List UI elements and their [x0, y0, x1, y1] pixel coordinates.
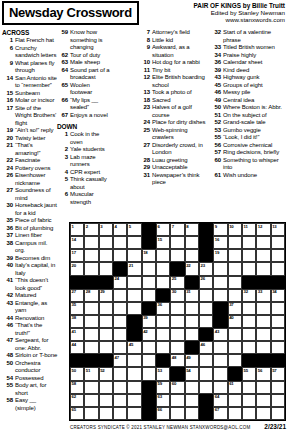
cell-r4c15[interactable]	[271, 262, 285, 275]
clue-down-61: 61Wish undone	[210, 172, 286, 180]
cell-r13c3[interactable]	[99, 381, 113, 394]
cell-r1c3[interactable]: 3	[99, 223, 113, 236]
cell-r9c14[interactable]	[256, 328, 270, 341]
cell-r5c12[interactable]	[228, 276, 242, 289]
cell-r15c1[interactable]: 65	[70, 407, 84, 420]
cell-r7c10[interactable]	[199, 302, 213, 315]
cell-r4c13[interactable]	[242, 262, 256, 275]
black-cell-r1c10	[199, 223, 213, 236]
clue-across-16: 16Molar or incisor	[2, 97, 58, 105]
cell-number-46: 46	[200, 342, 204, 347]
cell-r1c12[interactable]: 10	[228, 223, 242, 236]
cell-r5c8[interactable]: 25	[170, 276, 184, 289]
cell-r13c14[interactable]	[256, 381, 270, 394]
clue-number: 47	[2, 337, 15, 352]
cell-r1c13[interactable]: 11	[242, 223, 256, 236]
cell-r2c14[interactable]	[256, 236, 270, 249]
clue-text: Horseback jaunt for a kid	[15, 202, 58, 217]
clue-across-54: 54Possessed	[2, 375, 58, 383]
black-cell-r1c6	[142, 223, 156, 236]
clue-number: 36	[210, 59, 223, 67]
clue-number: 2	[57, 146, 70, 154]
clue-number: 43	[2, 300, 15, 315]
cell-r14c8[interactable]	[170, 394, 184, 407]
cell-r1c15[interactable]: 13	[271, 223, 285, 236]
cell-r14c7[interactable]: 63	[156, 394, 170, 407]
cell-r6c10[interactable]	[199, 289, 213, 302]
clue-text: Attorney’s field	[152, 29, 206, 37]
cell-r3c8[interactable]	[170, 249, 184, 262]
clue-text: Something to whisper into	[223, 157, 286, 172]
black-cell-r5c1	[70, 276, 84, 289]
cell-r10c8[interactable]	[170, 341, 184, 354]
clue-down-29: 29Unacceptable	[139, 164, 206, 172]
clue-number: 23	[139, 104, 152, 119]
cell-number-41: 41	[72, 329, 76, 334]
cell-number-54: 54	[186, 368, 190, 373]
clue-down-11: 11Tiny bit	[139, 67, 206, 75]
clue-number: 37	[2, 232, 15, 240]
cell-r7c3[interactable]	[99, 302, 113, 315]
cell-r4c14[interactable]	[256, 262, 270, 275]
clue-number: 40	[2, 262, 15, 277]
cell-r6c14[interactable]: 33	[256, 289, 270, 302]
cell-r3c13[interactable]	[242, 249, 256, 262]
cell-r9c7[interactable]	[156, 328, 170, 341]
cell-r2c1[interactable]: 14	[70, 236, 84, 249]
cell-r12c5[interactable]	[127, 367, 141, 380]
clue-number: 56	[210, 142, 223, 150]
cell-r10c14[interactable]	[256, 341, 270, 354]
black-cell-r3c10	[199, 249, 213, 262]
clue-down-33: 33Titled British women	[210, 44, 286, 52]
black-cell-r5c2	[84, 276, 98, 289]
copyright-line: CREATORS SYNDICATE © 2021 STANLEY NEWMAN…	[70, 425, 250, 430]
clue-down-7: 7Attorney’s field	[139, 29, 206, 37]
cell-r2c8[interactable]	[170, 236, 184, 249]
cell-r4c5[interactable]: 21	[127, 262, 141, 275]
cell-number-21: 21	[129, 263, 133, 268]
cell-number-45: 45	[129, 342, 133, 347]
cell-number-49: 49	[186, 355, 190, 360]
cell-r10c12[interactable]	[228, 341, 242, 354]
clue-across-27: 27Soundness of mind	[2, 187, 58, 202]
clue-number: 46	[2, 322, 15, 337]
cell-r4c12[interactable]	[228, 262, 242, 275]
footer: CREATORS SYNDICATE © 2021 STANLEY NEWMAN…	[70, 423, 286, 430]
editor-credit: Edited by Stanley Newman	[194, 9, 286, 16]
cell-r12c13[interactable]: 55	[242, 367, 256, 380]
black-cell-r14c10	[199, 394, 213, 407]
cell-number-23: 23	[200, 263, 204, 268]
cell-r11c9[interactable]: 49	[185, 354, 199, 367]
cell-r12c1[interactable]: 50	[70, 367, 84, 380]
clue-across-19: 19“Ain’t so!” reply	[2, 127, 58, 135]
cell-r15c5[interactable]	[127, 407, 141, 420]
cell-number-2: 2	[86, 224, 88, 229]
cell-r4c7[interactable]	[156, 262, 170, 275]
cell-r10c7[interactable]	[156, 341, 170, 354]
cell-r1c9[interactable]: 8	[185, 223, 199, 236]
black-cell-r7c6	[142, 302, 156, 315]
cell-r8c9[interactable]	[185, 315, 199, 328]
clue-number: 28	[139, 157, 152, 165]
cell-number-1: 1	[72, 224, 74, 229]
clue-across-21: 21“That’s amazing!”	[2, 142, 58, 157]
black-cell-r11c14	[256, 354, 270, 367]
cell-r14c1[interactable]: 62	[70, 394, 84, 407]
cell-r12c15[interactable]: 57	[271, 367, 285, 380]
cell-r7c14[interactable]	[256, 302, 270, 315]
cell-r5c6[interactable]	[142, 276, 156, 289]
clue-down-24: 24Place for dirty dishes	[139, 119, 206, 127]
clue-number: 16	[2, 97, 15, 105]
cell-number-4: 4	[114, 224, 116, 229]
cell-r1c4[interactable]: 4	[113, 223, 127, 236]
black-cell-r9c10	[199, 328, 213, 341]
clue-across-66: 66“My lips __ sealed”	[57, 97, 112, 112]
cell-r7c13[interactable]	[242, 302, 256, 315]
cell-r15c14[interactable]	[256, 407, 270, 420]
cell-r2c11[interactable]: 16	[213, 236, 227, 249]
cell-number-8: 8	[186, 224, 188, 229]
clue-down-57: 57Ring decisions, briefly	[210, 149, 286, 157]
cell-r14c15[interactable]	[271, 394, 285, 407]
clue-down-18: 18Sacred	[139, 97, 206, 105]
clue-text: Messy pile	[223, 89, 286, 97]
cell-r6c6[interactable]	[142, 289, 156, 302]
cell-r5c5[interactable]	[127, 276, 141, 289]
clue-text: Kind deed	[223, 67, 286, 75]
cell-r10c6[interactable]	[142, 341, 156, 354]
cell-r11c6[interactable]	[142, 354, 156, 367]
cell-r10c3[interactable]	[99, 341, 113, 354]
clue-down-3: 3Lab maze runners	[57, 154, 112, 169]
cell-r4c1[interactable]: 20	[70, 262, 84, 275]
clue-text: Titled British women	[223, 44, 286, 52]
black-cell-r13c6	[142, 381, 156, 394]
cell-r15c4[interactable]	[113, 407, 127, 420]
cell-r7c9[interactable]	[185, 302, 199, 315]
clue-text: CPR expert	[70, 169, 112, 177]
cell-r13c10[interactable]	[199, 381, 213, 394]
cell-r3c9[interactable]	[185, 249, 199, 262]
cell-r6c4[interactable]	[113, 289, 127, 302]
cell-r3c12[interactable]	[228, 249, 242, 262]
cell-r14c4[interactable]	[113, 394, 127, 407]
clue-number: 63	[57, 59, 70, 67]
clue-text: Orchestra conductor	[15, 360, 58, 375]
clue-number: 59	[57, 29, 70, 52]
cell-r11c12[interactable]	[228, 354, 242, 367]
cell-r6c3[interactable]: 29	[99, 289, 113, 302]
cell-r7c5[interactable]	[127, 302, 141, 315]
cell-r1c1[interactable]: 1	[70, 223, 84, 236]
cell-r1c5[interactable]: 5	[127, 223, 141, 236]
cell-r7c7[interactable]: 36	[156, 302, 170, 315]
clue-number: 42	[2, 292, 15, 300]
cell-r9c15[interactable]	[271, 328, 285, 341]
cell-r6c13[interactable]: 32	[242, 289, 256, 302]
cell-r4c3[interactable]	[99, 262, 113, 275]
black-cell-r7c11	[213, 302, 227, 315]
cell-r12c11[interactable]	[213, 367, 227, 380]
cell-r8c14[interactable]	[256, 315, 270, 328]
cell-number-34: 34	[272, 289, 276, 294]
cell-r2c2[interactable]	[84, 236, 98, 249]
cell-r6c8[interactable]: 30	[170, 289, 184, 302]
cell-r11c10[interactable]	[199, 354, 213, 367]
cell-r11c8[interactable]: 48	[170, 354, 184, 367]
cell-r3c6[interactable]: 18	[142, 249, 156, 262]
cell-r5c11[interactable]	[213, 276, 227, 289]
cell-r9c2[interactable]	[84, 328, 98, 341]
cell-r10c5[interactable]: 45	[127, 341, 141, 354]
cell-r7c4[interactable]	[113, 302, 127, 315]
cell-r9c13[interactable]	[242, 328, 256, 341]
cell-r8c13[interactable]	[242, 315, 256, 328]
cell-r13c5[interactable]	[127, 381, 141, 394]
cell-r6c12[interactable]	[228, 289, 242, 302]
cell-r4c10[interactable]: 23	[199, 262, 213, 275]
cell-r10c1[interactable]: 44	[70, 341, 84, 354]
cell-r10c11[interactable]	[213, 341, 227, 354]
cell-number-35: 35	[72, 302, 76, 307]
cell-r1c2[interactable]: 2	[84, 223, 98, 236]
cell-r13c13[interactable]	[242, 381, 256, 394]
cell-r12c14[interactable]: 56	[256, 367, 270, 380]
cell-r6c2[interactable]: 28	[84, 289, 98, 302]
cell-r15c2[interactable]	[84, 407, 98, 420]
clue-text: Disorderly crowd, in London	[152, 142, 206, 157]
cell-r2c3[interactable]	[99, 236, 113, 249]
clue-across-37: 37Linen fiber	[2, 232, 58, 240]
cell-r9c6[interactable]: 42	[142, 328, 156, 341]
cell-r3c7[interactable]	[156, 249, 170, 262]
cell-r1c8[interactable]: 7	[170, 223, 184, 236]
clue-down-31: 31Newspaper’s think piece	[139, 172, 206, 187]
cell-r9c9[interactable]	[185, 328, 199, 341]
cell-r3c1[interactable]: 17	[70, 249, 84, 262]
cell-r7c15[interactable]	[271, 302, 285, 315]
cell-r12c3[interactable]: 52	[99, 367, 113, 380]
cell-r8c1[interactable]: 38	[70, 315, 84, 328]
cell-r3c4[interactable]	[113, 249, 127, 262]
cell-r8c4[interactable]	[113, 315, 127, 328]
cell-r15c8[interactable]	[170, 407, 184, 420]
cell-r13c12[interactable]: 61	[228, 381, 242, 394]
cell-r5c10[interactable]: 26	[199, 276, 213, 289]
cell-r4c11[interactable]	[213, 262, 227, 275]
cell-r9c1[interactable]: 41	[70, 328, 84, 341]
cell-r1c11[interactable]: 9	[213, 223, 227, 236]
cell-r8c8[interactable]	[170, 315, 184, 328]
clue-text: Web-spinning crawlers	[152, 127, 206, 142]
cell-r13c4[interactable]	[113, 381, 127, 394]
clue-number: 22	[2, 157, 15, 165]
cell-r13c11[interactable]	[213, 381, 227, 394]
clue-across-42: 42Matured	[2, 292, 58, 300]
cell-r10c2[interactable]	[84, 341, 98, 354]
cell-r3c3[interactable]	[99, 249, 113, 262]
cell-r14c3[interactable]	[99, 394, 113, 407]
cell-r7c1[interactable]: 35	[70, 302, 84, 315]
cell-r2c15[interactable]	[271, 236, 285, 249]
cell-number-29: 29	[100, 289, 104, 294]
cell-r3c11[interactable]: 19	[213, 249, 227, 262]
clue-across-47: 47Sergeant, for one: Abbr.	[2, 337, 58, 352]
cell-r9c8[interactable]	[170, 328, 184, 341]
cell-r11c11[interactable]	[213, 354, 227, 367]
cell-r5c7[interactable]	[156, 276, 170, 289]
black-cell-r5c14	[256, 276, 270, 289]
cell-r13c1[interactable]: 58	[70, 381, 84, 394]
cell-r4c9[interactable]: 22	[185, 262, 199, 275]
clue-across-64: 64Sound part of a broadcast	[57, 67, 112, 82]
cell-r14c12[interactable]	[228, 394, 242, 407]
black-cell-r6c7	[156, 289, 170, 302]
clue-down-34: 34Praise highly	[210, 52, 286, 60]
cell-number-44: 44	[72, 342, 76, 347]
cell-r15c15[interactable]	[271, 407, 285, 420]
cell-r12c6[interactable]	[142, 367, 156, 380]
clue-text: Unacceptable	[152, 164, 206, 172]
cell-r3c2[interactable]	[84, 249, 98, 262]
cell-r4c2[interactable]	[84, 262, 98, 275]
cell-r15c3[interactable]	[99, 407, 113, 420]
cell-r6c1[interactable]: 27	[70, 289, 84, 302]
cell-r8c12[interactable]: 40	[228, 315, 242, 328]
clue-text: Little kid	[152, 37, 206, 45]
cell-r15c12[interactable]	[228, 407, 242, 420]
cell-r9c12[interactable]	[228, 328, 242, 341]
clue-text: “Look, I did it!”	[223, 134, 286, 142]
cell-r3c5[interactable]	[127, 249, 141, 262]
clue-text: What planes fly through	[15, 60, 58, 75]
cell-r14c5[interactable]	[127, 394, 141, 407]
cell-r8c7[interactable]	[156, 315, 170, 328]
cell-r3c15[interactable]	[271, 249, 285, 262]
clue-text: Entangle, as yarn	[15, 300, 58, 315]
cell-r8c3[interactable]	[99, 315, 113, 328]
cell-r9c3[interactable]	[99, 328, 113, 341]
clue-number: 51	[210, 112, 223, 120]
cell-r5c4[interactable]: 24	[113, 276, 127, 289]
cell-r15c13[interactable]	[242, 407, 256, 420]
cell-r2c9[interactable]	[185, 236, 199, 249]
cell-r1c14[interactable]: 12	[256, 223, 270, 236]
cell-r11c4[interactable]: 47	[113, 354, 127, 367]
clue-text: Know how something is changing	[70, 29, 112, 52]
cell-r1c7[interactable]: 6	[156, 223, 170, 236]
cell-r4c6[interactable]	[142, 262, 156, 275]
cell-number-12: 12	[258, 224, 262, 229]
cell-r15c7[interactable]: 66	[156, 407, 170, 420]
cell-r6c11[interactable]	[213, 289, 227, 302]
cell-r10c4[interactable]	[113, 341, 127, 354]
cell-r10c15[interactable]	[271, 341, 285, 354]
clue-down-9: 9Awkward, as a situation	[139, 44, 206, 59]
cell-r2c13[interactable]	[242, 236, 256, 249]
cell-r14c9[interactable]	[185, 394, 199, 407]
cell-r15c9[interactable]	[185, 407, 199, 420]
cell-r11c5[interactable]	[127, 354, 141, 367]
cell-r15c11[interactable]: 67	[213, 407, 227, 420]
cell-r2c7[interactable]: 15	[156, 236, 170, 249]
cell-r6c9[interactable]: 31	[185, 289, 199, 302]
clue-column-2: 59Know how something is changing62Tour o…	[57, 29, 112, 206]
cell-r12c9[interactable]: 54	[185, 367, 199, 380]
cell-r12c7[interactable]: 53	[156, 367, 170, 380]
cell-r14c2[interactable]	[84, 394, 98, 407]
cell-r12c10[interactable]	[199, 367, 213, 380]
cell-r13c7[interactable]: 59	[156, 381, 170, 394]
cell-r8c10[interactable]	[199, 315, 213, 328]
cell-r8c2[interactable]	[84, 315, 98, 328]
clue-text: Crunchy sandwich letters	[15, 45, 58, 60]
cell-r12c4[interactable]	[113, 367, 127, 380]
cell-r13c9[interactable]	[185, 381, 199, 394]
cell-number-6: 6	[157, 224, 159, 229]
clue-across-14: 14San Antonio site to “remember”	[2, 75, 58, 90]
cell-r2c5[interactable]	[127, 236, 141, 249]
cell-r13c2[interactable]	[84, 381, 98, 394]
clue-text: Bit of plumbing	[15, 225, 58, 233]
cell-r8c6[interactable]: 39	[142, 315, 156, 328]
clue-number: 34	[210, 52, 223, 60]
cell-r2c12[interactable]	[228, 236, 242, 249]
cell-r7c12[interactable]: 37	[228, 302, 242, 315]
cell-number-13: 13	[272, 224, 276, 229]
cell-r10c10[interactable]: 46	[199, 341, 213, 354]
cell-number-55: 55	[243, 368, 247, 373]
cell-r9c4[interactable]	[113, 328, 127, 341]
cell-r13c15[interactable]	[271, 381, 285, 394]
clue-down-28: 28Luau greeting	[139, 157, 206, 165]
cell-r14c11[interactable]: 64	[213, 394, 227, 407]
clue-number: 50	[2, 360, 15, 375]
cell-r8c15[interactable]	[271, 315, 285, 328]
cell-r7c2[interactable]	[84, 302, 98, 315]
cell-r14c13[interactable]	[242, 394, 256, 407]
cell-r12c2[interactable]: 51	[84, 367, 98, 380]
cell-r3c14[interactable]	[256, 249, 270, 262]
cell-number-52: 52	[100, 368, 104, 373]
clue-number: 66	[57, 97, 70, 112]
cell-number-36: 36	[157, 302, 161, 307]
clue-text: Sergeant, for one: Abbr.	[15, 337, 58, 352]
cell-r10c13[interactable]	[242, 341, 256, 354]
clue-text: Praise highly	[223, 52, 286, 60]
clue-text: Italy’s capital, in Italy	[15, 262, 58, 277]
cell-number-7: 7	[172, 224, 174, 229]
cell-r13c8[interactable]: 60	[170, 381, 184, 394]
cell-number-11: 11	[243, 224, 247, 229]
clue-column-4: 32Start of a valentine phrase33Titled Br…	[210, 29, 286, 179]
cell-r9c11[interactable]: 43	[213, 328, 227, 341]
cell-r7c8[interactable]	[170, 302, 184, 315]
cell-number-17: 17	[72, 250, 76, 255]
cell-r14c14[interactable]	[256, 394, 270, 407]
cell-r2c4[interactable]	[113, 236, 127, 249]
clue-number: 45	[210, 82, 223, 90]
cell-r6c15[interactable]: 34	[271, 289, 285, 302]
cell-r6c5[interactable]	[127, 289, 141, 302]
clue-number: 6	[57, 191, 70, 206]
clue-text: Start of a valentine phrase	[223, 29, 286, 44]
clue-across-46: 46“That’s the truth!”	[2, 322, 58, 337]
clue-across-43: 43Entangle, as yarn	[2, 300, 58, 315]
